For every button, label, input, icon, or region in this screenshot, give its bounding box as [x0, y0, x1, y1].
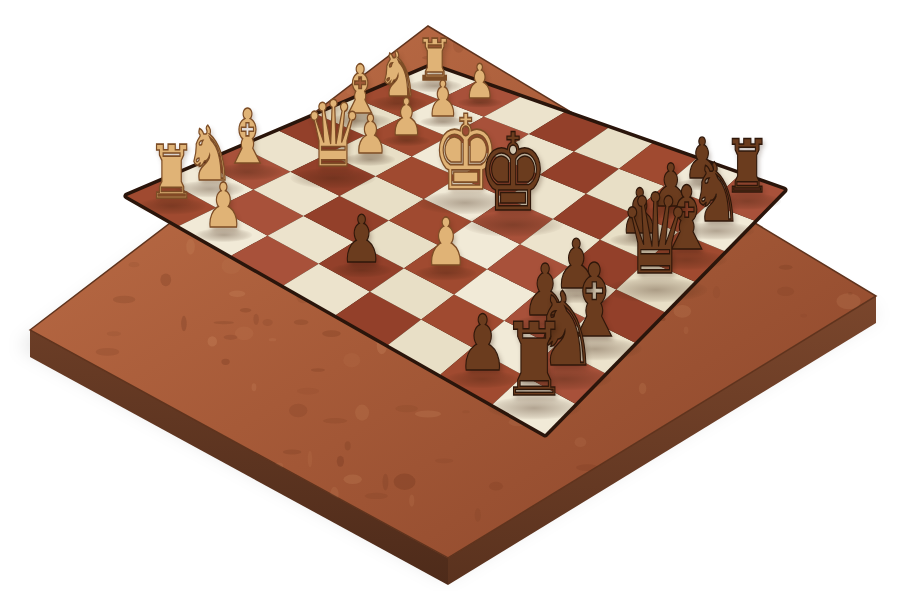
chess-photo-scene: ♜♟♞♝♟♟♟♝♛♟♞♜♚♜♟♚♞♟♟♝♟♟♛♟♟♝♞♟♜: [0, 0, 900, 591]
piece-black-pawn[interactable]: ♟: [326, 208, 397, 274]
piece-white-pawn[interactable]: ♟: [190, 176, 257, 238]
piece-black-rook[interactable]: ♜: [479, 310, 589, 411]
piece-white-pawn[interactable]: ♟: [410, 210, 482, 276]
piece-white-queen[interactable]: ♛: [284, 89, 384, 181]
